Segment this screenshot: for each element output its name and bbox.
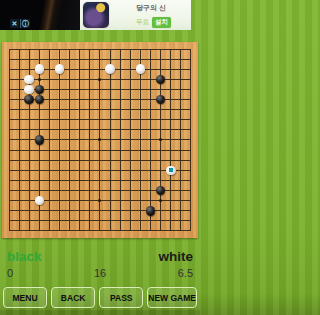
board-cell[interactable] — [85, 115, 95, 125]
board-cell[interactable] — [166, 155, 176, 165]
board-cell[interactable] — [75, 165, 85, 175]
board-cell[interactable] — [75, 185, 85, 195]
board-cell[interactable] — [14, 44, 24, 54]
board-cell[interactable] — [176, 165, 186, 175]
board-cell[interactable] — [176, 175, 186, 185]
board-cell[interactable] — [4, 155, 14, 165]
board-cell[interactable] — [95, 196, 105, 206]
board-cell[interactable] — [14, 95, 24, 105]
board-cell[interactable] — [55, 105, 65, 115]
board-cell[interactable] — [186, 44, 196, 54]
board-cell[interactable] — [75, 155, 85, 165]
board-cell[interactable] — [176, 135, 186, 145]
board-cell[interactable] — [95, 206, 105, 216]
board-cell[interactable] — [85, 206, 95, 216]
board-cell[interactable] — [24, 206, 34, 216]
board-cell[interactable] — [55, 64, 65, 74]
board-cell[interactable] — [135, 185, 145, 195]
board-cell[interactable] — [95, 165, 105, 175]
board-cell[interactable] — [65, 84, 75, 94]
board-cell[interactable] — [105, 175, 115, 185]
board-cell[interactable] — [65, 125, 75, 135]
board-cell[interactable] — [44, 44, 54, 54]
board-cell[interactable] — [176, 74, 186, 84]
board-cell[interactable] — [4, 175, 14, 185]
board-cell[interactable] — [105, 54, 115, 64]
board-cell[interactable] — [135, 145, 145, 155]
board-cell[interactable] — [156, 226, 166, 236]
board-cell[interactable] — [44, 95, 54, 105]
board-cell[interactable] — [65, 206, 75, 216]
board-cell[interactable] — [125, 125, 135, 135]
board-cell[interactable] — [14, 226, 24, 236]
board-cell[interactable] — [85, 44, 95, 54]
board-cell[interactable] — [44, 165, 54, 175]
board-cell[interactable] — [156, 44, 166, 54]
board-cell[interactable] — [34, 64, 44, 74]
board-cell[interactable] — [24, 145, 34, 155]
board-cell[interactable] — [105, 165, 115, 175]
board-cell[interactable] — [4, 105, 14, 115]
board-cell[interactable] — [95, 216, 105, 226]
board-cell[interactable] — [4, 115, 14, 125]
board-cell[interactable] — [125, 196, 135, 206]
board-cell[interactable] — [115, 64, 125, 74]
board-cell[interactable] — [14, 185, 24, 195]
board-cell[interactable] — [156, 74, 166, 84]
board-cell[interactable] — [65, 44, 75, 54]
board-cell[interactable] — [44, 145, 54, 155]
board-cell[interactable] — [186, 115, 196, 125]
board-cell[interactable] — [14, 64, 24, 74]
board-cell[interactable] — [4, 44, 14, 54]
board-cell[interactable] — [75, 105, 85, 115]
close-icon[interactable]: ✕ — [10, 19, 19, 28]
board-cell[interactable] — [4, 196, 14, 206]
board-cell[interactable] — [55, 84, 65, 94]
board-cell[interactable] — [105, 135, 115, 145]
board-cell[interactable] — [166, 95, 176, 105]
board-cell[interactable] — [156, 206, 166, 216]
board-cell[interactable] — [115, 125, 125, 135]
board-cell[interactable] — [156, 165, 166, 175]
board-cell[interactable] — [135, 125, 145, 135]
board-cell[interactable] — [186, 74, 196, 84]
board-cell[interactable] — [4, 135, 14, 145]
board-cell[interactable] — [95, 44, 105, 54]
back-button[interactable]: BACK — [51, 287, 95, 308]
board-cell[interactable] — [145, 155, 155, 165]
board-cell[interactable] — [95, 84, 105, 94]
board-cell[interactable] — [34, 196, 44, 206]
board-cell[interactable] — [156, 125, 166, 135]
board-cell[interactable] — [55, 155, 65, 165]
board-cell[interactable] — [135, 216, 145, 226]
board-cell[interactable] — [105, 185, 115, 195]
board-cell[interactable] — [34, 226, 44, 236]
board-cell[interactable] — [75, 74, 85, 84]
board-cell[interactable] — [95, 135, 105, 145]
board-cell[interactable] — [115, 226, 125, 236]
board-cell[interactable] — [85, 185, 95, 195]
board-cell[interactable] — [176, 95, 186, 105]
board-cell[interactable] — [156, 105, 166, 115]
board-cell[interactable] — [135, 84, 145, 94]
board-cell[interactable] — [125, 64, 135, 74]
board-cell[interactable] — [145, 64, 155, 74]
board-cell[interactable] — [115, 196, 125, 206]
board-cell[interactable] — [44, 125, 54, 135]
board-cell[interactable] — [156, 155, 166, 165]
board-cell[interactable] — [135, 175, 145, 185]
board-cell[interactable] — [65, 226, 75, 236]
board-cell[interactable] — [105, 64, 115, 74]
board-cell[interactable] — [75, 196, 85, 206]
board-cell[interactable] — [75, 84, 85, 94]
board-cell[interactable] — [24, 175, 34, 185]
board-cell[interactable] — [186, 216, 196, 226]
board-cell[interactable] — [115, 165, 125, 175]
board-cell[interactable] — [186, 54, 196, 64]
board-cell[interactable] — [55, 54, 65, 64]
board-cell[interactable] — [145, 105, 155, 115]
board-cell[interactable] — [115, 74, 125, 84]
board-cell[interactable] — [14, 206, 24, 216]
board-cell[interactable] — [14, 125, 24, 135]
board-cell[interactable] — [166, 54, 176, 64]
board-cell[interactable] — [14, 145, 24, 155]
board-cell[interactable] — [55, 125, 65, 135]
board-cell[interactable] — [14, 165, 24, 175]
board-cell[interactable] — [115, 54, 125, 64]
board-cell[interactable] — [4, 216, 14, 226]
board-cell[interactable] — [24, 74, 34, 84]
board-cell[interactable] — [125, 115, 135, 125]
board-cell[interactable] — [115, 84, 125, 94]
board-cell[interactable] — [125, 216, 135, 226]
board-cell[interactable] — [34, 115, 44, 125]
board-cell[interactable] — [145, 44, 155, 54]
board-cell[interactable] — [55, 206, 65, 216]
ad-app-icon[interactable] — [83, 2, 109, 28]
board-cell[interactable] — [156, 216, 166, 226]
board-cell[interactable] — [44, 175, 54, 185]
board-cell[interactable] — [55, 44, 65, 54]
board-cell[interactable] — [75, 135, 85, 145]
board-cell[interactable] — [125, 135, 135, 145]
board-cell[interactable] — [14, 175, 24, 185]
board-cell[interactable] — [24, 64, 34, 74]
board-cell[interactable] — [14, 196, 24, 206]
board-cell[interactable] — [186, 196, 196, 206]
board-cell[interactable] — [145, 74, 155, 84]
board-cell[interactable] — [166, 115, 176, 125]
board-cell[interactable] — [156, 185, 166, 195]
board-cell[interactable] — [34, 185, 44, 195]
board-cell[interactable] — [34, 54, 44, 64]
board-cell[interactable] — [4, 84, 14, 94]
board-cell[interactable] — [85, 145, 95, 155]
board-cell[interactable] — [55, 196, 65, 206]
board-cell[interactable] — [176, 185, 186, 195]
board-cell[interactable] — [145, 196, 155, 206]
board-cell[interactable] — [135, 54, 145, 64]
board-cell[interactable] — [44, 74, 54, 84]
board-cell[interactable] — [105, 206, 115, 216]
board-cell[interactable] — [186, 175, 196, 185]
board-cell[interactable] — [186, 84, 196, 94]
board-cell[interactable] — [145, 185, 155, 195]
board-cell[interactable] — [34, 74, 44, 84]
board-cell[interactable] — [65, 196, 75, 206]
board-cell[interactable] — [85, 216, 95, 226]
board-cell[interactable] — [166, 145, 176, 155]
board-cell[interactable] — [34, 165, 44, 175]
board-cell[interactable] — [156, 54, 166, 64]
board-cell[interactable] — [65, 165, 75, 175]
board-cell[interactable] — [85, 95, 95, 105]
board-cell[interactable] — [34, 155, 44, 165]
board-cell[interactable] — [4, 226, 14, 236]
board-cell[interactable] — [55, 175, 65, 185]
board-cell[interactable] — [166, 44, 176, 54]
board-cell[interactable] — [166, 105, 176, 115]
ad-banner[interactable]: ✕ ⓘ 당구의 신 무료 설치 — [0, 0, 200, 30]
board-cell[interactable] — [34, 84, 44, 94]
board-cell[interactable] — [4, 95, 14, 105]
board-cell[interactable] — [156, 84, 166, 94]
board-cell[interactable] — [125, 165, 135, 175]
board-cell[interactable] — [4, 185, 14, 195]
board-cell[interactable] — [34, 44, 44, 54]
board-cell[interactable] — [55, 145, 65, 155]
board-cell[interactable] — [44, 105, 54, 115]
board-cell[interactable] — [34, 125, 44, 135]
board-cell[interactable] — [135, 206, 145, 216]
board-cell[interactable] — [186, 105, 196, 115]
board-cell[interactable] — [166, 206, 176, 216]
board-cell[interactable] — [125, 185, 135, 195]
board-cell[interactable] — [44, 115, 54, 125]
board-cell[interactable] — [105, 84, 115, 94]
board-cell[interactable] — [135, 155, 145, 165]
board-cell[interactable] — [85, 226, 95, 236]
board-cell[interactable] — [145, 226, 155, 236]
board-cell[interactable] — [135, 95, 145, 105]
board-cell[interactable] — [75, 44, 85, 54]
board-cell[interactable] — [14, 135, 24, 145]
board-cell[interactable] — [115, 44, 125, 54]
board-cell[interactable] — [14, 54, 24, 64]
board-cell[interactable] — [115, 216, 125, 226]
board-cell[interactable] — [186, 145, 196, 155]
board-cell[interactable] — [55, 165, 65, 175]
board-cell[interactable] — [125, 54, 135, 64]
board-cell[interactable] — [135, 115, 145, 125]
board-cell[interactable] — [75, 115, 85, 125]
board-cell[interactable] — [24, 135, 34, 145]
board-cell[interactable] — [14, 115, 24, 125]
board-cell[interactable] — [14, 74, 24, 84]
board-cell[interactable] — [65, 95, 75, 105]
board-cell[interactable] — [34, 95, 44, 105]
board-cell[interactable] — [105, 105, 115, 115]
board-cell[interactable] — [4, 125, 14, 135]
board-cell[interactable] — [95, 105, 105, 115]
board-cell[interactable] — [65, 54, 75, 64]
board-cell[interactable] — [4, 54, 14, 64]
board-cell[interactable] — [135, 44, 145, 54]
board-cell[interactable] — [24, 216, 34, 226]
board-cell[interactable] — [44, 84, 54, 94]
board-cell[interactable] — [34, 175, 44, 185]
board-cell[interactable] — [85, 84, 95, 94]
board-cell[interactable] — [166, 175, 176, 185]
board-cell[interactable] — [55, 185, 65, 195]
board-cell[interactable] — [4, 145, 14, 155]
board-cell[interactable] — [186, 226, 196, 236]
board-cell[interactable] — [176, 105, 186, 115]
board-cell[interactable] — [176, 64, 186, 74]
board-cell[interactable] — [24, 84, 34, 94]
board-cell[interactable] — [145, 95, 155, 105]
board-cell[interactable] — [105, 74, 115, 84]
board-cell[interactable] — [145, 216, 155, 226]
board-cell[interactable] — [24, 95, 34, 105]
board-cell[interactable] — [125, 105, 135, 115]
board-cell[interactable] — [166, 226, 176, 236]
board-cell[interactable] — [156, 196, 166, 206]
board-cell[interactable] — [65, 105, 75, 115]
board-cell[interactable] — [65, 175, 75, 185]
board-cell[interactable] — [186, 64, 196, 74]
board-cell[interactable] — [176, 145, 186, 155]
board-cell[interactable] — [24, 165, 34, 175]
board-cell[interactable] — [24, 105, 34, 115]
board-cell[interactable] — [75, 54, 85, 64]
board-cell[interactable] — [65, 155, 75, 165]
board-cell[interactable] — [24, 155, 34, 165]
board-cell[interactable] — [44, 206, 54, 216]
board-cell[interactable] — [95, 95, 105, 105]
board-cell[interactable] — [95, 64, 105, 74]
board-cell[interactable] — [166, 125, 176, 135]
board-cell[interactable] — [125, 145, 135, 155]
board-cell[interactable] — [4, 165, 14, 175]
board-cell[interactable] — [135, 64, 145, 74]
board-cell[interactable] — [145, 54, 155, 64]
board-cell[interactable] — [156, 95, 166, 105]
board-cell[interactable] — [176, 115, 186, 125]
board-cell[interactable] — [186, 165, 196, 175]
board-cell[interactable] — [75, 206, 85, 216]
board-cell[interactable] — [166, 216, 176, 226]
board-cell[interactable] — [65, 145, 75, 155]
board-cell[interactable] — [34, 206, 44, 216]
board-cell[interactable] — [24, 196, 34, 206]
board-cell[interactable] — [14, 155, 24, 165]
board-cell[interactable] — [145, 135, 155, 145]
board-cell[interactable] — [24, 226, 34, 236]
board-cell[interactable] — [166, 185, 176, 195]
board-cell[interactable] — [55, 74, 65, 84]
board-cell[interactable] — [95, 185, 105, 195]
board-cell[interactable] — [65, 64, 75, 74]
board-cell[interactable] — [34, 135, 44, 145]
board-cell[interactable] — [85, 165, 95, 175]
board-cell[interactable] — [85, 175, 95, 185]
board-cell[interactable] — [115, 206, 125, 216]
board-cell[interactable] — [166, 135, 176, 145]
board-cell[interactable] — [156, 175, 166, 185]
board-cell[interactable] — [186, 155, 196, 165]
board-cell[interactable] — [24, 54, 34, 64]
board-cell[interactable] — [166, 196, 176, 206]
board-cell[interactable] — [85, 74, 95, 84]
board-cell[interactable] — [156, 64, 166, 74]
board-cell[interactable] — [44, 54, 54, 64]
board-cell[interactable] — [186, 185, 196, 195]
board-cell[interactable] — [166, 64, 176, 74]
go-board[interactable] — [2, 42, 198, 238]
board-cell[interactable] — [44, 226, 54, 236]
board-cell[interactable] — [115, 115, 125, 125]
ad-install-button[interactable]: 설치 — [152, 17, 171, 28]
board-cell[interactable] — [44, 135, 54, 145]
board-cell[interactable] — [176, 196, 186, 206]
ad-image[interactable]: ✕ ⓘ — [0, 0, 80, 30]
board-cell[interactable] — [125, 74, 135, 84]
board-cell[interactable] — [135, 226, 145, 236]
board-cell[interactable] — [145, 115, 155, 125]
board-cell[interactable] — [44, 216, 54, 226]
board-cell[interactable] — [176, 125, 186, 135]
board-cell[interactable] — [95, 74, 105, 84]
board-cell[interactable] — [24, 115, 34, 125]
board-cell[interactable] — [156, 135, 166, 145]
board-cell[interactable] — [65, 135, 75, 145]
board-cell[interactable] — [135, 135, 145, 145]
board-cell[interactable] — [125, 226, 135, 236]
board-cell[interactable] — [55, 95, 65, 105]
board-cell[interactable] — [115, 95, 125, 105]
board-cell[interactable] — [24, 185, 34, 195]
board-cell[interactable] — [125, 95, 135, 105]
board-cell[interactable] — [75, 64, 85, 74]
ad-panel[interactable]: 당구의 신 무료 설치 — [80, 0, 191, 30]
board-cell[interactable] — [105, 115, 115, 125]
board-cell[interactable] — [44, 64, 54, 74]
menu-button[interactable]: MENU — [3, 287, 47, 308]
board-cell[interactable] — [44, 185, 54, 195]
board-cell[interactable] — [135, 105, 145, 115]
board-cell[interactable] — [176, 206, 186, 216]
board-cell[interactable] — [14, 216, 24, 226]
board-cell[interactable] — [105, 44, 115, 54]
board-cell[interactable] — [115, 135, 125, 145]
board-cell[interactable] — [34, 145, 44, 155]
board-cell[interactable] — [156, 115, 166, 125]
board-cell[interactable] — [55, 115, 65, 125]
board-cell[interactable] — [95, 115, 105, 125]
board-cell[interactable] — [85, 135, 95, 145]
board-cell[interactable] — [105, 216, 115, 226]
board-cell[interactable] — [95, 145, 105, 155]
board-cell[interactable] — [14, 105, 24, 115]
board-cell[interactable] — [176, 155, 186, 165]
go-board-grid[interactable] — [4, 44, 196, 236]
board-cell[interactable] — [105, 155, 115, 165]
